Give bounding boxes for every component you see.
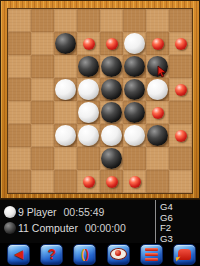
board-cell-d1[interactable] (77, 9, 100, 32)
board-cell-d5[interactable] (77, 101, 100, 124)
board-cell-a3[interactable] (8, 55, 31, 78)
board-cell-c1[interactable] (54, 9, 77, 32)
board-cell-e1[interactable] (100, 9, 123, 32)
black-stone (101, 79, 122, 100)
board-cell-d7[interactable] (77, 147, 100, 170)
board-frame (0, 0, 200, 199)
move-entry: G3 (160, 234, 200, 245)
board-cell-c7[interactable] (54, 147, 77, 170)
board-cell-e8[interactable] (100, 170, 123, 193)
board-cell-e2[interactable] (100, 32, 123, 55)
black-stone (78, 56, 99, 77)
board-cell-d2[interactable] (77, 32, 100, 55)
board-cell-b8[interactable] (31, 170, 54, 193)
white-stone (78, 102, 99, 123)
board-cell-h3[interactable] (169, 55, 192, 78)
board-cell-f8[interactable] (123, 170, 146, 193)
board-cell-g5[interactable] (146, 101, 169, 124)
red-marker-ball (152, 38, 164, 50)
board-cell-b3[interactable] (31, 55, 54, 78)
black-stone (124, 102, 145, 123)
board-cell-c5[interactable] (54, 101, 77, 124)
move-entry: F2 (160, 223, 200, 234)
board-cell-b7[interactable] (31, 147, 54, 170)
board-cell-g4[interactable] (146, 78, 169, 101)
back-button[interactable]: ◀ (7, 244, 30, 265)
black-stone (124, 79, 145, 100)
board-cell-a6[interactable] (8, 124, 31, 147)
board-cell-f5[interactable] (123, 101, 146, 124)
board-cell-c6[interactable] (54, 124, 77, 147)
board-cell-h5[interactable] (169, 101, 192, 124)
question-mark-icon: ? (47, 247, 56, 261)
board-cell-h7[interactable] (169, 147, 192, 170)
board-cell-h2[interactable] (169, 32, 192, 55)
back-icon: ◀ (14, 248, 23, 260)
white-stone (101, 125, 122, 146)
player-row-black: 11 Computer 00:00:00 (4, 220, 155, 236)
red-marker-ball (152, 107, 164, 119)
white-stone (55, 79, 76, 100)
red-marker-ball (83, 176, 95, 188)
board-cell-f4[interactable] (123, 78, 146, 101)
help-button[interactable]: ? (40, 244, 63, 265)
black-stone (101, 102, 122, 123)
black-stone (101, 148, 122, 169)
board-cell-g7[interactable] (146, 147, 169, 170)
board-cell-a1[interactable] (8, 9, 31, 32)
move-entry: G4 (160, 202, 200, 213)
red-marker-ball (175, 130, 187, 142)
board-cell-c4[interactable] (54, 78, 77, 101)
black-stone-icon (4, 222, 16, 234)
player-white-clock: 00:55:49 (64, 206, 105, 218)
black-stone (147, 125, 168, 146)
board-grid[interactable] (7, 8, 193, 194)
restart-button[interactable]: () (73, 244, 96, 265)
board-cell-f2[interactable] (123, 32, 146, 55)
eye-icon (110, 248, 127, 260)
white-stone (78, 125, 99, 146)
player-row-white: 9 Player 00:55:49 (4, 204, 155, 220)
restart-icon: () (81, 248, 89, 260)
board-cell-b5[interactable] (31, 101, 54, 124)
board-cell-e5[interactable] (100, 101, 123, 124)
board-cell-f3[interactable] (123, 55, 146, 78)
player-black-label: 11 Computer (18, 222, 78, 234)
board-cell-e7[interactable] (100, 147, 123, 170)
toolbar: ◀ ? () (0, 243, 200, 266)
board-cell-a5[interactable] (8, 101, 31, 124)
board-cell-h1[interactable] (169, 9, 192, 32)
board-cell-c8[interactable] (54, 170, 77, 193)
black-stone (101, 56, 122, 77)
white-stone (124, 33, 145, 54)
board-cell-g8[interactable] (146, 170, 169, 193)
board-cell-c2[interactable] (54, 32, 77, 55)
board-cell-f1[interactable] (123, 9, 146, 32)
board-cell-a2[interactable] (8, 32, 31, 55)
board-cell-b4[interactable] (31, 78, 54, 101)
board-cell-d8[interactable] (77, 170, 100, 193)
board-cell-d6[interactable] (77, 124, 100, 147)
board-cell-h6[interactable] (169, 124, 192, 147)
exit-button[interactable] (173, 244, 196, 265)
board-cell-e4[interactable] (100, 78, 123, 101)
board-cell-e3[interactable] (100, 55, 123, 78)
board-cell-d4[interactable] (77, 78, 100, 101)
white-stone-icon (4, 206, 16, 218)
black-stone (55, 33, 76, 54)
board-cell-h4[interactable] (169, 78, 192, 101)
board-cell-g6[interactable] (146, 124, 169, 147)
board-cell-e6[interactable] (100, 124, 123, 147)
player-white-label: 9 Player (18, 206, 57, 218)
move-list: G4G6F2G3 (155, 200, 200, 243)
white-stone (147, 79, 168, 100)
red-marker-ball (175, 84, 187, 96)
player-black-clock: 00:00:00 (85, 222, 126, 234)
board-cell-b1[interactable] (31, 9, 54, 32)
board-cell-c3[interactable] (54, 55, 77, 78)
red-marker-ball (106, 176, 118, 188)
board-cell-g2[interactable] (146, 32, 169, 55)
red-marker-ball (129, 176, 141, 188)
red-marker-ball (83, 38, 95, 50)
board-cell-h8[interactable] (169, 170, 192, 193)
last-move-cursor-icon (156, 65, 168, 78)
status-panel: 9 Player 00:55:49 11 Computer 00:00:00 G… (0, 199, 200, 243)
board-cell-f7[interactable] (123, 147, 146, 170)
board-cell-a8[interactable] (8, 170, 31, 193)
view-button[interactable] (107, 244, 130, 265)
board-cell-g1[interactable] (146, 9, 169, 32)
board-cell-a4[interactable] (8, 78, 31, 101)
board-cell-a7[interactable] (8, 147, 31, 170)
board-cell-b2[interactable] (31, 32, 54, 55)
board-cell-f6[interactable] (123, 124, 146, 147)
players-section: 9 Player 00:55:49 11 Computer 00:00:00 (0, 200, 155, 243)
board-cell-b6[interactable] (31, 124, 54, 147)
app-window: 9 Player 00:55:49 11 Computer 00:00:00 G… (0, 0, 200, 266)
board-cell-d3[interactable] (77, 55, 100, 78)
white-stone (55, 125, 76, 146)
red-marker-ball (175, 38, 187, 50)
black-stone (124, 56, 145, 77)
menu-button[interactable] (140, 244, 163, 265)
board-cell-g3[interactable] (146, 55, 169, 78)
red-marker-ball (106, 38, 118, 50)
white-stone (124, 125, 145, 146)
menu-icon (145, 247, 158, 262)
white-stone (78, 79, 99, 100)
exit-icon (178, 249, 191, 260)
